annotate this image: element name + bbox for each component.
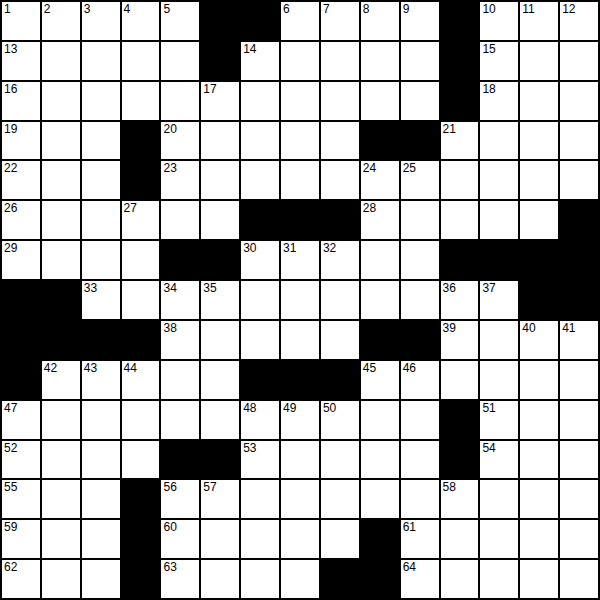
white-square-r6c7[interactable]: 31 [281,241,319,279]
white-square-r5c4[interactable] [161,201,199,239]
white-square-r6c0[interactable]: 29 [2,241,40,279]
clue-number-58: 58 [443,480,456,494]
white-square-r5c2[interactable] [82,201,120,239]
white-square-r12c11[interactable]: 58 [441,480,479,518]
clue-number-7: 7 [323,2,330,16]
white-square-r10c7[interactable]: 49 [281,401,319,439]
white-square-r12c13[interactable] [520,480,558,518]
white-square-r11c3[interactable] [122,441,160,479]
white-square-r14c6[interactable] [241,560,279,598]
white-square-r13c4[interactable]: 60 [161,520,199,558]
clue-number-18: 18 [482,82,495,96]
white-square-r3c4[interactable]: 20 [161,122,199,160]
white-square-r2c6[interactable] [241,82,279,120]
white-square-r4c14[interactable] [560,161,598,199]
white-square-r12c10[interactable] [401,480,439,518]
black-square-r8c10 [401,321,439,359]
white-square-r13c10[interactable]: 61 [401,520,439,558]
clue-number-25: 25 [403,161,416,175]
white-square-r7c2[interactable]: 33 [82,281,120,319]
white-square-r5c9[interactable]: 28 [361,201,399,239]
white-square-r2c7[interactable] [281,82,319,120]
white-square-r11c10[interactable] [401,441,439,479]
white-square-r1c4[interactable] [161,42,199,80]
white-square-r12c9[interactable] [361,480,399,518]
black-square-r7c0 [2,281,40,319]
black-square-r4c3 [122,161,160,199]
clue-number-3: 3 [84,2,91,16]
white-square-r8c4[interactable]: 38 [161,321,199,359]
white-square-r1c14[interactable] [560,42,598,80]
clue-number-24: 24 [363,161,376,175]
white-square-r1c9[interactable] [361,42,399,80]
white-square-r13c0[interactable]: 59 [2,520,40,558]
white-square-r14c1[interactable] [42,560,80,598]
black-square-r0c5 [201,2,239,40]
white-square-r3c2[interactable] [82,122,120,160]
white-square-r11c8[interactable] [321,441,359,479]
clue-number-54: 54 [482,441,495,455]
white-square-r8c8[interactable] [321,321,359,359]
clue-number-35: 35 [203,281,216,295]
white-square-r0c0[interactable]: 1 [2,2,40,40]
white-square-r1c3[interactable] [122,42,160,80]
black-square-r7c13 [520,281,558,319]
white-square-r4c8[interactable] [321,161,359,199]
clue-number-29: 29 [4,241,17,255]
white-square-r7c12[interactable]: 37 [480,281,518,319]
black-square-r8c3 [122,321,160,359]
black-square-r6c4 [161,241,199,279]
white-square-r4c2[interactable] [82,161,120,199]
white-square-r5c1[interactable] [42,201,80,239]
white-square-r9c3[interactable]: 44 [122,361,160,399]
clue-number-8: 8 [363,2,370,16]
clue-number-1: 1 [4,2,11,16]
white-square-r14c10[interactable]: 64 [401,560,439,598]
clue-number-33: 33 [84,281,97,295]
clue-number-40: 40 [522,321,535,335]
white-square-r14c5[interactable] [201,560,239,598]
black-square-r13c9 [361,520,399,558]
white-square-r3c12[interactable] [480,122,518,160]
white-square-r3c8[interactable] [321,122,359,160]
white-square-r14c2[interactable] [82,560,120,598]
white-square-r2c13[interactable] [520,82,558,120]
white-square-r11c12[interactable]: 54 [480,441,518,479]
black-square-r9c8 [321,361,359,399]
white-square-r2c5[interactable]: 17 [201,82,239,120]
black-square-r5c14 [560,201,598,239]
white-square-r0c9[interactable]: 8 [361,2,399,40]
black-square-r8c9 [361,321,399,359]
clue-number-27: 27 [124,201,137,215]
black-square-r9c0 [2,361,40,399]
white-square-r9c9[interactable]: 45 [361,361,399,399]
clue-number-32: 32 [323,241,336,255]
white-square-r2c9[interactable] [361,82,399,120]
white-square-r6c1[interactable] [42,241,80,279]
white-square-r10c9[interactable] [361,401,399,439]
black-square-r14c3 [122,560,160,598]
white-square-r7c5[interactable]: 35 [201,281,239,319]
clue-number-4: 4 [124,2,131,16]
black-square-r8c1 [42,321,80,359]
white-square-r6c10[interactable] [401,241,439,279]
white-square-r13c8[interactable] [321,520,359,558]
black-square-r11c4 [161,441,199,479]
white-square-r14c4[interactable]: 63 [161,560,199,598]
clue-number-5: 5 [163,2,170,16]
white-square-r4c12[interactable] [480,161,518,199]
clue-number-16: 16 [4,82,17,96]
white-square-r2c4[interactable] [161,82,199,120]
white-square-r6c3[interactable] [122,241,160,279]
clue-number-38: 38 [163,321,176,335]
white-square-r9c1[interactable]: 42 [42,361,80,399]
black-square-r1c11 [441,42,479,80]
clue-number-11: 11 [522,2,534,16]
white-square-r4c9[interactable]: 24 [361,161,399,199]
white-square-r13c1[interactable] [42,520,80,558]
white-square-r0c8[interactable]: 7 [321,2,359,40]
white-square-r13c5[interactable] [201,520,239,558]
clue-number-46: 46 [403,361,416,375]
clue-number-52: 52 [4,441,17,455]
white-square-r12c2[interactable] [82,480,120,518]
white-square-r10c13[interactable] [520,401,558,439]
white-square-r3c11[interactable]: 21 [441,122,479,160]
white-square-r7c3[interactable] [122,281,160,319]
white-square-r12c7[interactable] [281,480,319,518]
clue-number-10: 10 [482,2,495,16]
white-square-r2c14[interactable] [560,82,598,120]
white-square-r1c7[interactable] [281,42,319,80]
white-square-r0c10[interactable]: 9 [401,2,439,40]
white-square-r11c9[interactable] [361,441,399,479]
clue-number-55: 55 [4,480,17,494]
white-square-r8c6[interactable] [241,321,279,359]
crossword-board: 1234567891011121314151617181920212223242… [0,0,600,600]
white-square-r11c2[interactable] [82,441,120,479]
white-square-r14c14[interactable] [560,560,598,598]
black-square-r6c14 [560,241,598,279]
clue-number-53: 53 [243,441,256,455]
white-square-r11c6[interactable]: 53 [241,441,279,479]
clue-number-56: 56 [163,480,176,494]
white-square-r1c6[interactable]: 14 [241,42,279,80]
crossword-puzzle: 1234567891011121314151617181920212223242… [0,0,600,600]
black-square-r5c6 [241,201,279,239]
black-square-r12c3 [122,480,160,518]
white-square-r10c1[interactable] [42,401,80,439]
white-square-r12c14[interactable] [560,480,598,518]
white-square-r1c0[interactable]: 13 [2,42,40,80]
black-square-r5c7 [281,201,319,239]
white-square-r10c12[interactable]: 51 [480,401,518,439]
clue-number-12: 12 [562,2,575,16]
white-square-r2c2[interactable] [82,82,120,120]
black-square-r0c11 [441,2,479,40]
white-square-r1c10[interactable] [401,42,439,80]
white-square-r9c5[interactable] [201,361,239,399]
black-square-r7c14 [560,281,598,319]
black-square-r6c5 [201,241,239,279]
clue-number-26: 26 [4,201,17,215]
white-square-r6c6[interactable]: 30 [241,241,279,279]
white-square-r8c12[interactable] [480,321,518,359]
white-square-r2c8[interactable] [321,82,359,120]
white-square-r0c7[interactable]: 6 [281,2,319,40]
white-square-r11c0[interactable]: 52 [2,441,40,479]
clue-number-34: 34 [163,281,176,295]
white-square-r0c14[interactable]: 12 [560,2,598,40]
white-square-r1c8[interactable] [321,42,359,80]
white-square-r4c13[interactable] [520,161,558,199]
white-square-r2c3[interactable] [122,82,160,120]
white-square-r8c13[interactable]: 40 [520,321,558,359]
white-square-r10c8[interactable]: 50 [321,401,359,439]
clue-number-23: 23 [163,161,176,175]
white-square-r10c0[interactable]: 47 [2,401,40,439]
white-square-r12c12[interactable] [480,480,518,518]
clue-number-61: 61 [403,520,416,534]
clue-number-48: 48 [243,401,256,415]
clue-number-47: 47 [4,401,17,415]
black-square-r8c0 [2,321,40,359]
clue-number-49: 49 [283,401,296,415]
white-square-r7c6[interactable] [241,281,279,319]
white-square-r9c11[interactable] [441,361,479,399]
white-square-r10c14[interactable] [560,401,598,439]
black-square-r11c11 [441,441,479,479]
black-square-r8c2 [82,321,120,359]
clue-number-51: 51 [482,401,495,415]
white-square-r13c6[interactable] [241,520,279,558]
clue-number-50: 50 [323,401,336,415]
white-square-r12c6[interactable] [241,480,279,518]
white-square-r9c4[interactable] [161,361,199,399]
clue-number-63: 63 [163,560,176,574]
white-square-r13c13[interactable] [520,520,558,558]
white-square-r0c12[interactable]: 10 [480,2,518,40]
black-square-r2c11 [441,82,479,120]
white-square-r1c1[interactable] [42,42,80,80]
black-square-r13c3 [122,520,160,558]
clue-number-13: 13 [4,42,17,56]
white-square-r3c0[interactable]: 19 [2,122,40,160]
clue-number-59: 59 [4,520,17,534]
white-square-r7c9[interactable] [361,281,399,319]
white-square-r14c0[interactable]: 62 [2,560,40,598]
white-square-r10c4[interactable] [161,401,199,439]
clue-number-6: 6 [283,2,290,16]
clue-number-2: 2 [44,2,51,16]
black-square-r3c10 [401,122,439,160]
clue-number-28: 28 [363,201,376,215]
clue-number-17: 17 [203,82,216,96]
white-square-r5c13[interactable] [520,201,558,239]
white-square-r9c14[interactable] [560,361,598,399]
white-square-r0c1[interactable]: 2 [42,2,80,40]
white-square-r0c3[interactable]: 4 [122,2,160,40]
white-square-r3c13[interactable] [520,122,558,160]
white-square-r10c3[interactable] [122,401,160,439]
white-square-r5c10[interactable] [401,201,439,239]
white-square-r10c5[interactable] [201,401,239,439]
white-square-r8c5[interactable] [201,321,239,359]
clue-number-57: 57 [203,480,216,494]
white-square-r5c11[interactable] [441,201,479,239]
white-square-r5c12[interactable] [480,201,518,239]
white-square-r7c11[interactable]: 36 [441,281,479,319]
white-square-r2c0[interactable]: 16 [2,82,40,120]
white-square-r2c10[interactable] [401,82,439,120]
clue-number-19: 19 [4,122,17,136]
white-square-r10c6[interactable]: 48 [241,401,279,439]
white-square-r8c11[interactable]: 39 [441,321,479,359]
white-square-r10c2[interactable] [82,401,120,439]
white-square-r4c5[interactable] [201,161,239,199]
black-square-r11c5 [201,441,239,479]
white-square-r4c7[interactable] [281,161,319,199]
black-square-r9c7 [281,361,319,399]
white-square-r12c8[interactable] [321,480,359,518]
white-square-r2c1[interactable] [42,82,80,120]
black-square-r1c5 [201,42,239,80]
clue-number-20: 20 [163,122,176,136]
clue-number-62: 62 [4,560,17,574]
white-square-r0c4[interactable]: 5 [161,2,199,40]
white-square-r4c10[interactable]: 25 [401,161,439,199]
white-square-r4c1[interactable] [42,161,80,199]
clue-number-14: 14 [243,42,256,56]
black-square-r3c9 [361,122,399,160]
white-square-r14c13[interactable] [520,560,558,598]
black-square-r14c8 [321,560,359,598]
clue-number-43: 43 [84,361,97,375]
white-square-r0c2[interactable]: 3 [82,2,120,40]
white-square-r3c6[interactable] [241,122,279,160]
white-square-r12c0[interactable]: 55 [2,480,40,518]
white-square-r6c9[interactable] [361,241,399,279]
white-square-r4c11[interactable] [441,161,479,199]
black-square-r6c11 [441,241,479,279]
white-square-r14c11[interactable] [441,560,479,598]
white-square-r4c4[interactable]: 23 [161,161,199,199]
black-square-r14c9 [361,560,399,598]
white-square-r5c3[interactable]: 27 [122,201,160,239]
white-square-r13c11[interactable] [441,520,479,558]
white-square-r7c7[interactable] [281,281,319,319]
clue-number-36: 36 [443,281,456,295]
white-square-r3c14[interactable] [560,122,598,160]
clue-number-21: 21 [443,122,456,136]
white-square-r13c12[interactable] [480,520,518,558]
black-square-r10c11 [441,401,479,439]
white-square-r4c6[interactable] [241,161,279,199]
white-square-r1c13[interactable] [520,42,558,80]
black-square-r0c6 [241,2,279,40]
clue-number-42: 42 [44,361,57,375]
white-square-r12c5[interactable]: 57 [201,480,239,518]
clue-number-41: 41 [562,321,575,335]
clue-number-44: 44 [124,361,137,375]
clue-number-31: 31 [283,241,296,255]
clue-number-22: 22 [4,161,17,175]
clue-number-37: 37 [482,281,495,295]
clue-number-45: 45 [363,361,376,375]
white-square-r3c1[interactable] [42,122,80,160]
white-square-r5c0[interactable]: 26 [2,201,40,239]
white-square-r6c8[interactable]: 32 [321,241,359,279]
white-square-r13c14[interactable] [560,520,598,558]
white-square-r9c13[interactable] [520,361,558,399]
white-square-r1c12[interactable]: 15 [480,42,518,80]
white-square-r11c7[interactable] [281,441,319,479]
clue-number-39: 39 [443,321,456,335]
white-square-r9c2[interactable]: 43 [82,361,120,399]
white-square-r7c8[interactable] [321,281,359,319]
black-square-r7c1 [42,281,80,319]
clue-number-15: 15 [482,42,495,56]
white-square-r8c14[interactable]: 41 [560,321,598,359]
white-square-r11c14[interactable] [560,441,598,479]
white-square-r11c1[interactable] [42,441,80,479]
black-square-r5c8 [321,201,359,239]
white-square-r10c10[interactable] [401,401,439,439]
white-square-r7c4[interactable]: 34 [161,281,199,319]
black-square-r6c12 [480,241,518,279]
white-square-r9c12[interactable] [480,361,518,399]
white-square-r14c7[interactable] [281,560,319,598]
white-square-r0c13[interactable]: 11 [520,2,558,40]
white-square-r13c2[interactable] [82,520,120,558]
white-square-r13c7[interactable] [281,520,319,558]
black-square-r9c6 [241,361,279,399]
white-square-r6c2[interactable] [82,241,120,279]
white-square-r14c12[interactable] [480,560,518,598]
clue-number-60: 60 [163,520,176,534]
clue-number-9: 9 [403,2,410,16]
white-square-r1c2[interactable] [82,42,120,80]
white-square-r4c0[interactable]: 22 [2,161,40,199]
white-square-r3c5[interactable] [201,122,239,160]
white-square-r2c12[interactable]: 18 [480,82,518,120]
white-square-r9c10[interactable]: 46 [401,361,439,399]
clue-number-30: 30 [243,241,256,255]
white-square-r8c7[interactable] [281,321,319,359]
white-square-r3c7[interactable] [281,122,319,160]
white-square-r12c4[interactable]: 56 [161,480,199,518]
white-square-r11c13[interactable] [520,441,558,479]
white-square-r7c10[interactable] [401,281,439,319]
white-square-r12c1[interactable] [42,480,80,518]
white-square-r5c5[interactable] [201,201,239,239]
black-square-r6c13 [520,241,558,279]
clue-number-64: 64 [403,560,416,574]
black-square-r3c3 [122,122,160,160]
